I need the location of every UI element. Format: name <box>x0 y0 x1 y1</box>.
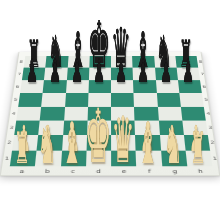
piece-white-knight-b1[interactable]: ♞ <box>38 119 57 171</box>
piece-black-pawn-h7[interactable]: ♟ <box>182 55 194 87</box>
piece-white-bishop-c1[interactable]: ♝ <box>62 115 82 172</box>
piece-black-pawn-e7[interactable]: ♟ <box>115 55 127 87</box>
piece-black-pawn-b7[interactable]: ♟ <box>49 55 61 87</box>
piece-white-king-d1[interactable]: ♚ <box>84 100 111 175</box>
piece-white-rook-h1[interactable]: ♜ <box>190 126 206 169</box>
piece-white-rook-a1[interactable]: ♜ <box>14 126 30 169</box>
piece-white-queen-e1[interactable]: ♛ <box>111 109 134 173</box>
piece-black-pawn-d7[interactable]: ♟ <box>93 55 105 87</box>
piece-black-pawn-g7[interactable]: ♟ <box>160 55 172 87</box>
piece-black-pawn-f7[interactable]: ♟ <box>138 55 150 87</box>
piece-white-bishop-f1[interactable]: ♝ <box>137 115 157 172</box>
chess-set-scene: abcdefgh 87654321 87654321 ♜♞♝♚♛♝♞♜♟♟♟♟♟… <box>0 0 220 220</box>
piece-black-pawn-c7[interactable]: ♟ <box>71 55 83 87</box>
piece-black-pawn-a7[interactable]: ♟ <box>26 55 38 87</box>
piece-white-knight-g1[interactable]: ♞ <box>163 119 182 171</box>
pieces-layer: ♜♞♝♚♛♝♞♜♟♟♟♟♟♟♟♟♟♟♟♟♟♟♟♟♜♞♝♚♛♝♞♜ <box>0 0 220 220</box>
